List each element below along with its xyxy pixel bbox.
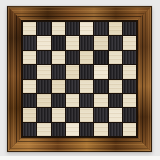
- square-h5[interactable]: [123, 65, 136, 78]
- square-e8[interactable]: [80, 22, 93, 35]
- square-h2[interactable]: [123, 108, 136, 121]
- backdrop-bottom-strip: [0, 156, 160, 160]
- square-c4[interactable]: [52, 80, 65, 93]
- square-b3[interactable]: [37, 94, 50, 107]
- square-f6[interactable]: [94, 51, 107, 64]
- square-g6[interactable]: [109, 51, 122, 64]
- square-e3[interactable]: [80, 94, 93, 107]
- square-h1[interactable]: [123, 123, 136, 136]
- square-d1[interactable]: [66, 123, 79, 136]
- square-d4[interactable]: [66, 80, 79, 93]
- square-g1[interactable]: [109, 123, 122, 136]
- square-f4[interactable]: [94, 80, 107, 93]
- square-g4[interactable]: [109, 80, 122, 93]
- square-e7[interactable]: [80, 36, 93, 49]
- square-a5[interactable]: [23, 65, 36, 78]
- square-g8[interactable]: [109, 22, 122, 35]
- square-h3[interactable]: [123, 94, 136, 107]
- square-d2[interactable]: [66, 108, 79, 121]
- square-d6[interactable]: [66, 51, 79, 64]
- square-h7[interactable]: [123, 36, 136, 49]
- square-e2[interactable]: [80, 108, 93, 121]
- square-d8[interactable]: [66, 22, 79, 35]
- square-c8[interactable]: [52, 22, 65, 35]
- square-f7[interactable]: [94, 36, 107, 49]
- playing-area: [22, 21, 137, 137]
- square-h6[interactable]: [123, 51, 136, 64]
- square-g5[interactable]: [109, 65, 122, 78]
- square-h8[interactable]: [123, 22, 136, 35]
- square-g2[interactable]: [109, 108, 122, 121]
- chess-board: [7, 6, 152, 152]
- square-d5[interactable]: [66, 65, 79, 78]
- square-b8[interactable]: [37, 22, 50, 35]
- square-c6[interactable]: [52, 51, 65, 64]
- square-e4[interactable]: [80, 80, 93, 93]
- square-e1[interactable]: [80, 123, 93, 136]
- square-g3[interactable]: [109, 94, 122, 107]
- square-f5[interactable]: [94, 65, 107, 78]
- square-f3[interactable]: [94, 94, 107, 107]
- square-a7[interactable]: [23, 36, 36, 49]
- board-photo: [0, 0, 160, 160]
- square-d7[interactable]: [66, 36, 79, 49]
- square-c5[interactable]: [52, 65, 65, 78]
- square-f2[interactable]: [94, 108, 107, 121]
- square-f8[interactable]: [94, 22, 107, 35]
- square-h4[interactable]: [123, 80, 136, 93]
- square-b5[interactable]: [37, 65, 50, 78]
- square-a6[interactable]: [23, 51, 36, 64]
- square-e5[interactable]: [80, 65, 93, 78]
- square-a2[interactable]: [23, 108, 36, 121]
- square-f1[interactable]: [94, 123, 107, 136]
- square-g7[interactable]: [109, 36, 122, 49]
- square-c3[interactable]: [52, 94, 65, 107]
- square-b2[interactable]: [37, 108, 50, 121]
- square-c1[interactable]: [52, 123, 65, 136]
- square-c7[interactable]: [52, 36, 65, 49]
- square-c2[interactable]: [52, 108, 65, 121]
- square-b1[interactable]: [37, 123, 50, 136]
- square-b6[interactable]: [37, 51, 50, 64]
- square-e6[interactable]: [80, 51, 93, 64]
- square-d3[interactable]: [66, 94, 79, 107]
- square-b4[interactable]: [37, 80, 50, 93]
- square-a1[interactable]: [23, 123, 36, 136]
- square-a3[interactable]: [23, 94, 36, 107]
- square-a8[interactable]: [23, 22, 36, 35]
- square-b7[interactable]: [37, 36, 50, 49]
- square-a4[interactable]: [23, 80, 36, 93]
